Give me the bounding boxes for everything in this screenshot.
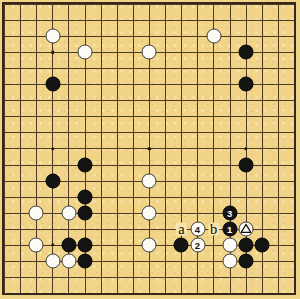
board-cell[interactable] [68, 277, 84, 293]
board-cell[interactable] [52, 148, 68, 164]
board-cell[interactable] [181, 52, 197, 68]
board-cell[interactable] [4, 277, 20, 293]
board-cell[interactable] [117, 116, 133, 132]
board-cell[interactable] [4, 100, 20, 116]
board-cell[interactable] [213, 181, 229, 197]
board-cell[interactable] [278, 165, 294, 181]
board-cell[interactable] [246, 100, 262, 116]
board-cell[interactable] [36, 52, 52, 68]
board-cell[interactable] [133, 277, 149, 293]
board-cell[interactable] [165, 148, 181, 164]
board-cell[interactable] [36, 116, 52, 132]
board-cell[interactable] [165, 4, 181, 20]
move-2-stone: 2 [190, 237, 205, 252]
go-board[interactable]: 1234ab [0, 0, 300, 299]
board-cell[interactable] [213, 148, 229, 164]
move-number-label: 2 [195, 240, 200, 250]
board-cell[interactable] [262, 52, 278, 68]
board-cell[interactable] [197, 84, 213, 100]
board-cell[interactable] [36, 100, 52, 116]
white-stone [77, 45, 92, 60]
board-cell[interactable] [101, 261, 117, 277]
black-stone [77, 189, 92, 204]
board-cell[interactable] [181, 165, 197, 181]
board-cell[interactable] [246, 20, 262, 36]
board-cell[interactable] [262, 116, 278, 132]
board-cell[interactable] [230, 181, 246, 197]
board-cell[interactable] [117, 277, 133, 293]
board-cell[interactable] [246, 181, 262, 197]
board-cell[interactable] [181, 100, 197, 116]
board-cell[interactable] [165, 36, 181, 52]
board-cell[interactable] [20, 100, 36, 116]
board-cell[interactable] [85, 116, 101, 132]
board-cell[interactable] [213, 116, 229, 132]
board-cell[interactable] [117, 148, 133, 164]
board-cell[interactable] [278, 52, 294, 68]
board-cell[interactable] [4, 52, 20, 68]
board-cell[interactable] [181, 4, 197, 20]
board-cell[interactable] [117, 261, 133, 277]
board-cell[interactable] [117, 20, 133, 36]
black-stone [238, 237, 253, 252]
board-cell[interactable] [133, 116, 149, 132]
board-cell[interactable] [101, 277, 117, 293]
board-cell[interactable] [149, 148, 165, 164]
board-cell[interactable] [36, 148, 52, 164]
board-cell[interactable] [4, 20, 20, 36]
board-cell[interactable] [165, 165, 181, 181]
board-cell[interactable] [230, 4, 246, 20]
board-cell[interactable] [149, 20, 165, 36]
board-cell[interactable] [20, 4, 36, 20]
board-cell[interactable] [165, 132, 181, 148]
board-cell[interactable] [149, 261, 165, 277]
board-cell[interactable] [262, 132, 278, 148]
board-cell[interactable] [149, 68, 165, 84]
board-cell[interactable] [68, 132, 84, 148]
board-cell[interactable] [278, 277, 294, 293]
black-stone [238, 253, 253, 268]
board-cell[interactable] [85, 132, 101, 148]
board-cell[interactable] [52, 116, 68, 132]
white-stone [61, 253, 76, 268]
board-cell[interactable] [278, 68, 294, 84]
board-cell[interactable] [181, 148, 197, 164]
board-cell[interactable] [117, 84, 133, 100]
black-stone [254, 237, 269, 252]
board-cell[interactable] [165, 20, 181, 36]
board-cell[interactable] [197, 148, 213, 164]
board-cell[interactable] [181, 197, 197, 213]
board-cell[interactable] [52, 4, 68, 20]
board-cell[interactable] [181, 261, 197, 277]
board-cell[interactable] [4, 4, 20, 20]
white-stone [206, 29, 221, 44]
move-number-label: 4 [195, 224, 200, 234]
board-cell[interactable] [262, 84, 278, 100]
board-cell[interactable] [181, 20, 197, 36]
board-cell[interactable] [213, 84, 229, 100]
board-cell[interactable] [117, 100, 133, 116]
point-label-a[interactable]: a [176, 222, 186, 235]
board-cell[interactable] [133, 148, 149, 164]
black-stone [77, 253, 92, 268]
board-cell[interactable] [278, 229, 294, 245]
board-cell[interactable] [101, 229, 117, 245]
board-cell[interactable] [278, 20, 294, 36]
board-cell[interactable] [4, 197, 20, 213]
board-cell[interactable] [278, 84, 294, 100]
board-cell[interactable] [117, 52, 133, 68]
board-cell[interactable] [4, 84, 20, 100]
board-cell[interactable] [117, 68, 133, 84]
board-cell[interactable] [230, 100, 246, 116]
board-cell[interactable] [133, 20, 149, 36]
board-cell[interactable] [262, 197, 278, 213]
board-cell[interactable] [246, 277, 262, 293]
board-cell[interactable] [278, 116, 294, 132]
board-cell[interactable] [101, 213, 117, 229]
board-cell[interactable] [181, 277, 197, 293]
board-cell[interactable] [213, 52, 229, 68]
board-cell[interactable] [4, 261, 20, 277]
board-cell[interactable] [52, 132, 68, 148]
board-cell[interactable] [101, 165, 117, 181]
board-cell[interactable] [68, 84, 84, 100]
board-cell[interactable] [262, 181, 278, 197]
board-cell[interactable] [149, 100, 165, 116]
board-cell[interactable] [262, 36, 278, 52]
board-cell[interactable] [230, 277, 246, 293]
board-cell[interactable] [278, 148, 294, 164]
white-stone [142, 45, 157, 60]
white-stone [142, 205, 157, 220]
board-cell[interactable] [133, 100, 149, 116]
white-stone [222, 253, 237, 268]
board-cell[interactable] [230, 116, 246, 132]
black-stone [45, 77, 60, 92]
white-stone [45, 253, 60, 268]
board-cell[interactable] [85, 100, 101, 116]
board-cell[interactable] [262, 20, 278, 36]
board-cell[interactable] [278, 36, 294, 52]
board-cell[interactable] [20, 84, 36, 100]
board-cell[interactable] [197, 277, 213, 293]
board-cell[interactable] [117, 165, 133, 181]
board-cell[interactable] [165, 181, 181, 197]
black-stone [77, 157, 92, 172]
board-cell[interactable] [20, 68, 36, 84]
board-cell[interactable] [278, 132, 294, 148]
board-cell[interactable] [197, 165, 213, 181]
white-stone [142, 173, 157, 188]
board-cell[interactable] [165, 100, 181, 116]
white-stone [222, 237, 237, 252]
board-cell[interactable] [101, 148, 117, 164]
board-cell[interactable] [149, 132, 165, 148]
board-cell[interactable] [20, 181, 36, 197]
board-cell[interactable] [4, 36, 20, 52]
board-cell[interactable] [278, 100, 294, 116]
board-cell[interactable] [68, 20, 84, 36]
board-cell[interactable] [117, 213, 133, 229]
move-3-stone: 3 [222, 205, 237, 220]
white-stone [45, 29, 60, 44]
board-cell[interactable] [68, 116, 84, 132]
board-cell[interactable] [230, 20, 246, 36]
board-cell[interactable] [230, 132, 246, 148]
board-cell[interactable] [197, 197, 213, 213]
board-cell[interactable] [101, 84, 117, 100]
board-cell[interactable] [262, 4, 278, 20]
white-stone [142, 237, 157, 252]
board-cell[interactable] [20, 165, 36, 181]
board-cell[interactable] [101, 116, 117, 132]
board-cell[interactable] [133, 261, 149, 277]
board-cell[interactable] [20, 148, 36, 164]
board-cell[interactable] [181, 36, 197, 52]
board-cell[interactable] [181, 132, 197, 148]
board-cell[interactable] [52, 277, 68, 293]
board-cell[interactable] [181, 181, 197, 197]
board-cell[interactable] [133, 68, 149, 84]
board-cell[interactable] [4, 245, 20, 261]
board-cell[interactable] [68, 100, 84, 116]
board-cell[interactable] [85, 20, 101, 36]
board-cell[interactable] [246, 116, 262, 132]
board-cell[interactable] [213, 100, 229, 116]
board-cell[interactable] [117, 245, 133, 261]
board-cell[interactable] [36, 4, 52, 20]
board-cell[interactable] [262, 68, 278, 84]
board-cell[interactable] [101, 4, 117, 20]
board-cell[interactable] [85, 68, 101, 84]
triangle-marked-stone [238, 221, 253, 236]
board-cell[interactable] [117, 229, 133, 245]
board-cell[interactable] [4, 165, 20, 181]
move-1-stone: 1 [222, 221, 237, 236]
board-cell[interactable] [149, 277, 165, 293]
board-cell[interactable] [4, 148, 20, 164]
board-cell[interactable] [68, 68, 84, 84]
board-cell[interactable] [20, 52, 36, 68]
board-cell[interactable] [85, 277, 101, 293]
board-cell[interactable] [117, 36, 133, 52]
board-cell[interactable] [101, 197, 117, 213]
board-cell[interactable] [36, 277, 52, 293]
board-cell[interactable] [52, 52, 68, 68]
board-cell[interactable] [197, 52, 213, 68]
board-cell[interactable] [133, 4, 149, 20]
board-cell[interactable] [262, 100, 278, 116]
board-cell[interactable] [36, 132, 52, 148]
board-cell[interactable] [278, 4, 294, 20]
board-cell[interactable] [181, 84, 197, 100]
move-number-label: 3 [227, 208, 232, 218]
board-cell[interactable] [181, 116, 197, 132]
board-cell[interactable] [4, 213, 20, 229]
board-cell[interactable] [262, 165, 278, 181]
black-stone [238, 157, 253, 172]
board-cell[interactable] [4, 181, 20, 197]
board-cell[interactable] [165, 197, 181, 213]
board-cell[interactable] [117, 181, 133, 197]
board-cell[interactable] [101, 36, 117, 52]
board-cell[interactable] [165, 84, 181, 100]
board-cell[interactable] [246, 4, 262, 20]
board-cell[interactable] [4, 116, 20, 132]
move-4-stone: 4 [190, 221, 205, 236]
board-cell[interactable] [20, 261, 36, 277]
board-cell[interactable] [278, 213, 294, 229]
board-cell[interactable] [101, 68, 117, 84]
white-stone [29, 205, 44, 220]
point-label-b[interactable]: b [208, 222, 219, 235]
board-cell[interactable] [68, 4, 84, 20]
black-stone [238, 77, 253, 92]
board-cell[interactable] [20, 20, 36, 36]
black-stone [77, 237, 92, 252]
board-cell[interactable] [213, 132, 229, 148]
black-stone [174, 237, 189, 252]
board-cell[interactable] [133, 132, 149, 148]
board-cell[interactable] [85, 4, 101, 20]
board-cell[interactable] [52, 100, 68, 116]
board-cell[interactable] [197, 116, 213, 132]
board-cell[interactable] [149, 116, 165, 132]
board-cell[interactable] [20, 132, 36, 148]
board-cell[interactable] [213, 4, 229, 20]
board-cell[interactable] [262, 213, 278, 229]
board-cell[interactable] [4, 68, 20, 84]
board-cell[interactable] [4, 229, 20, 245]
board-cell[interactable] [213, 68, 229, 84]
board-cell[interactable] [20, 277, 36, 293]
white-stone [29, 237, 44, 252]
board-cell[interactable] [197, 132, 213, 148]
board-cell[interactable] [197, 68, 213, 84]
board-cell[interactable] [149, 84, 165, 100]
board-cell[interactable] [101, 100, 117, 116]
board-cell[interactable] [262, 277, 278, 293]
board-cell[interactable] [246, 132, 262, 148]
board-cell[interactable] [101, 52, 117, 68]
board-cell[interactable] [165, 277, 181, 293]
board-cell[interactable] [213, 277, 229, 293]
board-cell[interactable] [278, 245, 294, 261]
board-cell[interactable] [197, 261, 213, 277]
board-cell[interactable] [20, 116, 36, 132]
board-cell[interactable] [165, 68, 181, 84]
board-cell[interactable] [262, 148, 278, 164]
black-stone [77, 205, 92, 220]
black-stone [45, 173, 60, 188]
board-cell[interactable] [85, 84, 101, 100]
board-cell[interactable] [246, 197, 262, 213]
board-cell[interactable] [165, 261, 181, 277]
board-cell[interactable] [165, 116, 181, 132]
white-stone [61, 205, 76, 220]
board-cell[interactable] [197, 4, 213, 20]
board-cell[interactable] [197, 181, 213, 197]
board-cell[interactable] [117, 197, 133, 213]
board-cell[interactable] [149, 4, 165, 20]
board-cell[interactable] [278, 197, 294, 213]
board-cell[interactable] [278, 181, 294, 197]
board-cell[interactable] [101, 181, 117, 197]
board-cell[interactable] [213, 165, 229, 181]
board-cell[interactable] [4, 132, 20, 148]
board-cell[interactable] [101, 132, 117, 148]
board-cell[interactable] [133, 84, 149, 100]
board-cell[interactable] [262, 261, 278, 277]
black-stone [238, 45, 253, 60]
board-cell[interactable] [20, 36, 36, 52]
board-cell[interactable] [117, 132, 133, 148]
move-number-label: 1 [227, 224, 232, 234]
black-stone [61, 237, 76, 252]
board-cell[interactable] [197, 100, 213, 116]
board-cell[interactable] [101, 245, 117, 261]
board-cell[interactable] [181, 68, 197, 84]
board-cell[interactable] [101, 20, 117, 36]
triangle-mark-icon [240, 224, 251, 234]
board-cell[interactable] [117, 4, 133, 20]
board-cell[interactable] [278, 261, 294, 277]
board-cell[interactable] [165, 52, 181, 68]
